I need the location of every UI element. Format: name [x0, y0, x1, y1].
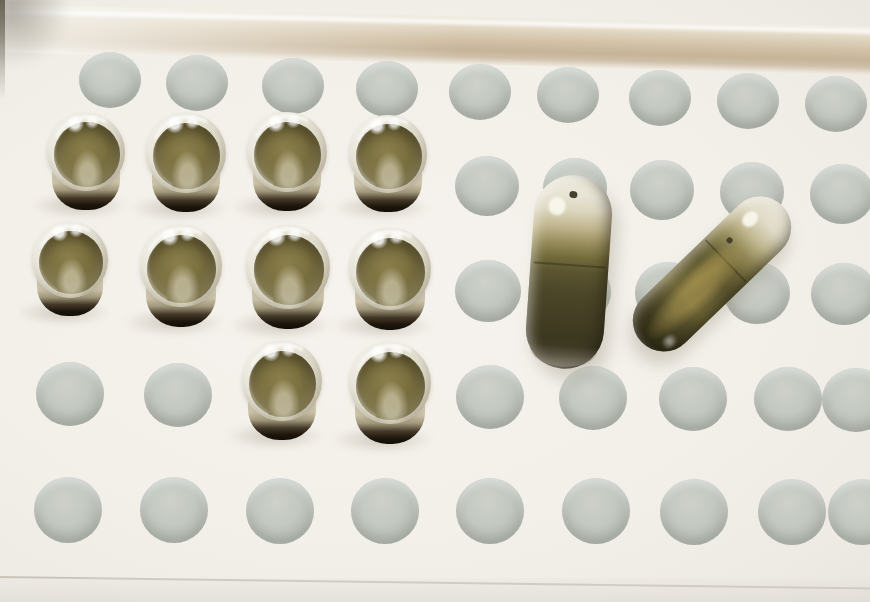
tray-hole-r4c5	[456, 365, 524, 429]
capsule-clear-dome	[242, 341, 322, 421]
tray-hole-r5c8	[758, 479, 826, 545]
tray-hole-r4c2	[144, 363, 212, 427]
tray-hole-r5c2	[140, 477, 208, 543]
capsule-clear-dome	[47, 113, 125, 191]
tray-hole-r5c9	[828, 479, 870, 545]
tray-hole-r5c3	[246, 478, 314, 544]
tray-hole-r1c8	[717, 73, 779, 129]
capsule-dark-speck	[570, 190, 578, 198]
standing-capsule-9	[242, 341, 322, 440]
lying-capsule-1	[523, 173, 614, 372]
tray-hole-r2c5	[455, 156, 519, 216]
tray-hole-r1c4	[356, 61, 418, 117]
tray-hole-r4c1	[36, 362, 104, 426]
standing-capsule-2	[146, 113, 226, 212]
tray-hole-r1c5	[449, 64, 511, 120]
capsule-clear-dome	[349, 228, 431, 310]
standing-capsule-10	[349, 342, 431, 444]
tray-hole-r3c9	[811, 263, 870, 325]
tray-hole-r1c6	[537, 67, 599, 123]
capsule-glint	[242, 341, 322, 421]
tray-hole-r4c6	[559, 366, 627, 430]
capsule-clear-dome	[140, 225, 222, 307]
capsule-glint	[140, 225, 222, 307]
tray-hole-r1c7	[629, 70, 691, 126]
tray-left-edge	[0, 0, 5, 100]
tray-hole-r1c2	[166, 55, 228, 111]
capsule-tray-photo	[0, 0, 870, 602]
capsule-glint	[47, 113, 125, 191]
standing-capsule-1	[47, 113, 125, 210]
tray-hole-r1c1	[79, 52, 141, 108]
capsule-clear-dome	[349, 115, 427, 193]
tray-bottom-margin	[0, 578, 870, 602]
standing-capsule-8	[349, 228, 431, 330]
capsule-glint	[349, 228, 431, 310]
capsule-clear-dome	[32, 222, 108, 298]
tray-hole-r4c8	[754, 367, 822, 431]
standing-capsule-3	[247, 112, 327, 211]
standing-capsule-6	[140, 225, 222, 327]
capsule-cap-body-seam	[534, 262, 606, 269]
capsule-glint	[246, 225, 330, 309]
capsule-glint	[349, 342, 431, 424]
tray-hole-r5c4	[351, 478, 419, 544]
capsule-glint	[247, 112, 327, 192]
tray-hole-r1c9	[805, 76, 867, 132]
tray-hole-r5c5	[456, 478, 524, 544]
tray-hole-r1c3	[262, 58, 324, 114]
capsule-clear-dome	[246, 225, 330, 309]
tray-hole-r5c6	[562, 478, 630, 544]
standing-capsule-5	[32, 222, 108, 316]
tray-hole-r4c9	[822, 368, 870, 432]
capsule-clear-dome	[146, 113, 226, 193]
capsule-cap-powder-clump	[548, 197, 566, 216]
tray-hole-r4c7	[659, 367, 727, 431]
standing-capsule-7	[246, 225, 330, 329]
standing-capsule-4	[349, 115, 427, 212]
capsule-glint	[146, 113, 226, 193]
capsule-glint	[349, 115, 427, 193]
capsule-clear-dome	[349, 342, 431, 424]
tray-hole-r2c7	[630, 160, 694, 220]
tray-hole-r5c1	[34, 477, 102, 543]
tray-hole-r2c9	[810, 164, 870, 224]
tray-top-left-corner-shadow	[0, 0, 72, 68]
capsule-glint	[32, 222, 108, 298]
tray-hole-r5c7	[660, 479, 728, 545]
tray-hole-r3c5	[455, 260, 521, 322]
capsule-clear-dome	[247, 112, 327, 192]
